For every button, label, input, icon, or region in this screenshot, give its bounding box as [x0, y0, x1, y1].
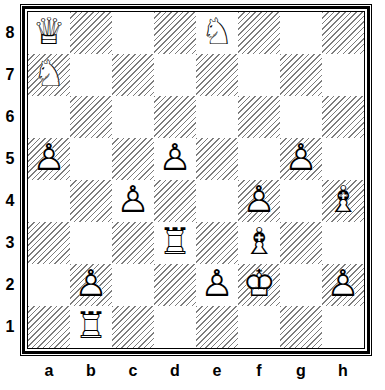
- square-e4: [196, 180, 238, 222]
- white-pawn-a5: ♙: [28, 136, 70, 178]
- square-e1: [196, 306, 238, 348]
- square-a3: [28, 222, 70, 264]
- rank-label-8: 8: [0, 12, 20, 54]
- square-h4: ♝♗: [322, 180, 364, 222]
- square-c6: [112, 96, 154, 138]
- white-rook-fill: ♜: [154, 220, 196, 262]
- white-knight-e8: ♘: [196, 10, 238, 52]
- square-b8: [70, 12, 112, 54]
- white-pawn-g5: ♙: [280, 136, 322, 178]
- square-e6: [196, 96, 238, 138]
- square-h1: [322, 306, 364, 348]
- white-pawn-fill: ♟: [322, 262, 364, 304]
- file-labels: abcdefgh: [28, 358, 364, 384]
- square-d1: [154, 306, 196, 348]
- square-d5: ♟♙: [154, 138, 196, 180]
- white-bishop-fill: ♝: [322, 178, 364, 220]
- white-rook-d3: ♖: [154, 220, 196, 262]
- rank-label-1: 1: [0, 306, 20, 348]
- square-d4: [154, 180, 196, 222]
- square-h3: [322, 222, 364, 264]
- square-g7: [280, 54, 322, 96]
- square-f8: [238, 12, 280, 54]
- square-d7: [154, 54, 196, 96]
- square-c4: ♟♙: [112, 180, 154, 222]
- file-label-c: c: [112, 358, 154, 384]
- square-a4: [28, 180, 70, 222]
- white-king-f2: ♔: [238, 262, 280, 304]
- board-frame-inner: ♛♕♞♘♞♘♟♙♟♙♟♙♟♙♟♙♝♗♜♖♝♗♟♙♟♙♚♔♟♙♜♖: [22, 6, 370, 354]
- square-b7: [70, 54, 112, 96]
- square-f3: ♝♗: [238, 222, 280, 264]
- white-pawn-e2: ♙: [196, 262, 238, 304]
- white-pawn-f4: ♙: [238, 178, 280, 220]
- file-label-e: e: [196, 358, 238, 384]
- square-a6: [28, 96, 70, 138]
- white-pawn-fill: ♟: [196, 262, 238, 304]
- file-label-b: b: [70, 358, 112, 384]
- square-f6: [238, 96, 280, 138]
- white-bishop-f3: ♗: [238, 220, 280, 262]
- white-rook-b1: ♖: [70, 304, 112, 346]
- chess-board: ♛♕♞♘♞♘♟♙♟♙♟♙♟♙♟♙♝♗♜♖♝♗♟♙♟♙♚♔♟♙♜♖: [27, 11, 365, 349]
- rank-label-3: 3: [0, 222, 20, 264]
- square-b6: [70, 96, 112, 138]
- square-e8: ♞♘: [196, 12, 238, 54]
- square-f2: ♚♔: [238, 264, 280, 306]
- square-h5: [322, 138, 364, 180]
- white-bishop-h4: ♗: [322, 178, 364, 220]
- white-king-fill: ♚: [238, 262, 280, 304]
- white-bishop-fill: ♝: [238, 220, 280, 262]
- square-d6: [154, 96, 196, 138]
- white-pawn-fill: ♟: [154, 136, 196, 178]
- square-c3: [112, 222, 154, 264]
- square-e7: [196, 54, 238, 96]
- square-b5: [70, 138, 112, 180]
- square-b3: [70, 222, 112, 264]
- white-pawn-b2: ♙: [70, 262, 112, 304]
- square-a5: ♟♙: [28, 138, 70, 180]
- square-h8: [322, 12, 364, 54]
- square-g6: [280, 96, 322, 138]
- square-f5: [238, 138, 280, 180]
- square-h7: [322, 54, 364, 96]
- white-pawn-fill: ♟: [112, 178, 154, 220]
- white-knight-fill: ♞: [28, 52, 70, 94]
- rank-label-5: 5: [0, 138, 20, 180]
- white-pawn-fill: ♟: [70, 262, 112, 304]
- square-a8: ♛♕: [28, 12, 70, 54]
- rank-label-6: 6: [0, 96, 20, 138]
- rank-label-2: 2: [0, 264, 20, 306]
- white-pawn-fill: ♟: [28, 136, 70, 178]
- square-b1: ♜♖: [70, 306, 112, 348]
- rank-label-4: 4: [0, 180, 20, 222]
- square-d2: [154, 264, 196, 306]
- white-pawn-d5: ♙: [154, 136, 196, 178]
- square-e3: [196, 222, 238, 264]
- square-c5: [112, 138, 154, 180]
- file-label-h: h: [322, 358, 364, 384]
- white-pawn-fill: ♟: [238, 178, 280, 220]
- file-label-g: g: [280, 358, 322, 384]
- rank-label-7: 7: [0, 54, 20, 96]
- square-b2: ♟♙: [70, 264, 112, 306]
- white-pawn-fill: ♟: [280, 136, 322, 178]
- square-e5: [196, 138, 238, 180]
- square-a7: ♞♘: [28, 54, 70, 96]
- white-knight-a7: ♘: [28, 52, 70, 94]
- square-h2: ♟♙: [322, 264, 364, 306]
- chess-diagram: 87654321 ♛♕♞♘♞♘♟♙♟♙♟♙♟♙♟♙♝♗♜♖♝♗♟♙♟♙♚♔♟♙♜…: [0, 0, 385, 390]
- white-pawn-c4: ♙: [112, 178, 154, 220]
- square-e2: ♟♙: [196, 264, 238, 306]
- square-g4: [280, 180, 322, 222]
- square-d8: [154, 12, 196, 54]
- rank-labels: 87654321: [0, 12, 20, 348]
- square-c2: [112, 264, 154, 306]
- square-g1: [280, 306, 322, 348]
- square-f1: [238, 306, 280, 348]
- square-g5: ♟♙: [280, 138, 322, 180]
- square-g3: [280, 222, 322, 264]
- file-label-f: f: [238, 358, 280, 384]
- file-label-d: d: [154, 358, 196, 384]
- square-a2: [28, 264, 70, 306]
- square-c1: [112, 306, 154, 348]
- square-b4: [70, 180, 112, 222]
- file-label-a: a: [28, 358, 70, 384]
- white-queen-fill: ♛: [28, 10, 70, 52]
- square-c7: [112, 54, 154, 96]
- white-rook-fill: ♜: [70, 304, 112, 346]
- square-c8: [112, 12, 154, 54]
- white-queen-a8: ♕: [28, 10, 70, 52]
- white-pawn-h2: ♙: [322, 262, 364, 304]
- white-knight-fill: ♞: [196, 10, 238, 52]
- square-f7: [238, 54, 280, 96]
- board-frame: ♛♕♞♘♞♘♟♙♟♙♟♙♟♙♟♙♝♗♜♖♝♗♟♙♟♙♚♔♟♙♜♖: [20, 4, 372, 356]
- square-d3: ♜♖: [154, 222, 196, 264]
- square-f4: ♟♙: [238, 180, 280, 222]
- square-a1: [28, 306, 70, 348]
- square-h6: [322, 96, 364, 138]
- square-g8: [280, 12, 322, 54]
- square-g2: [280, 264, 322, 306]
